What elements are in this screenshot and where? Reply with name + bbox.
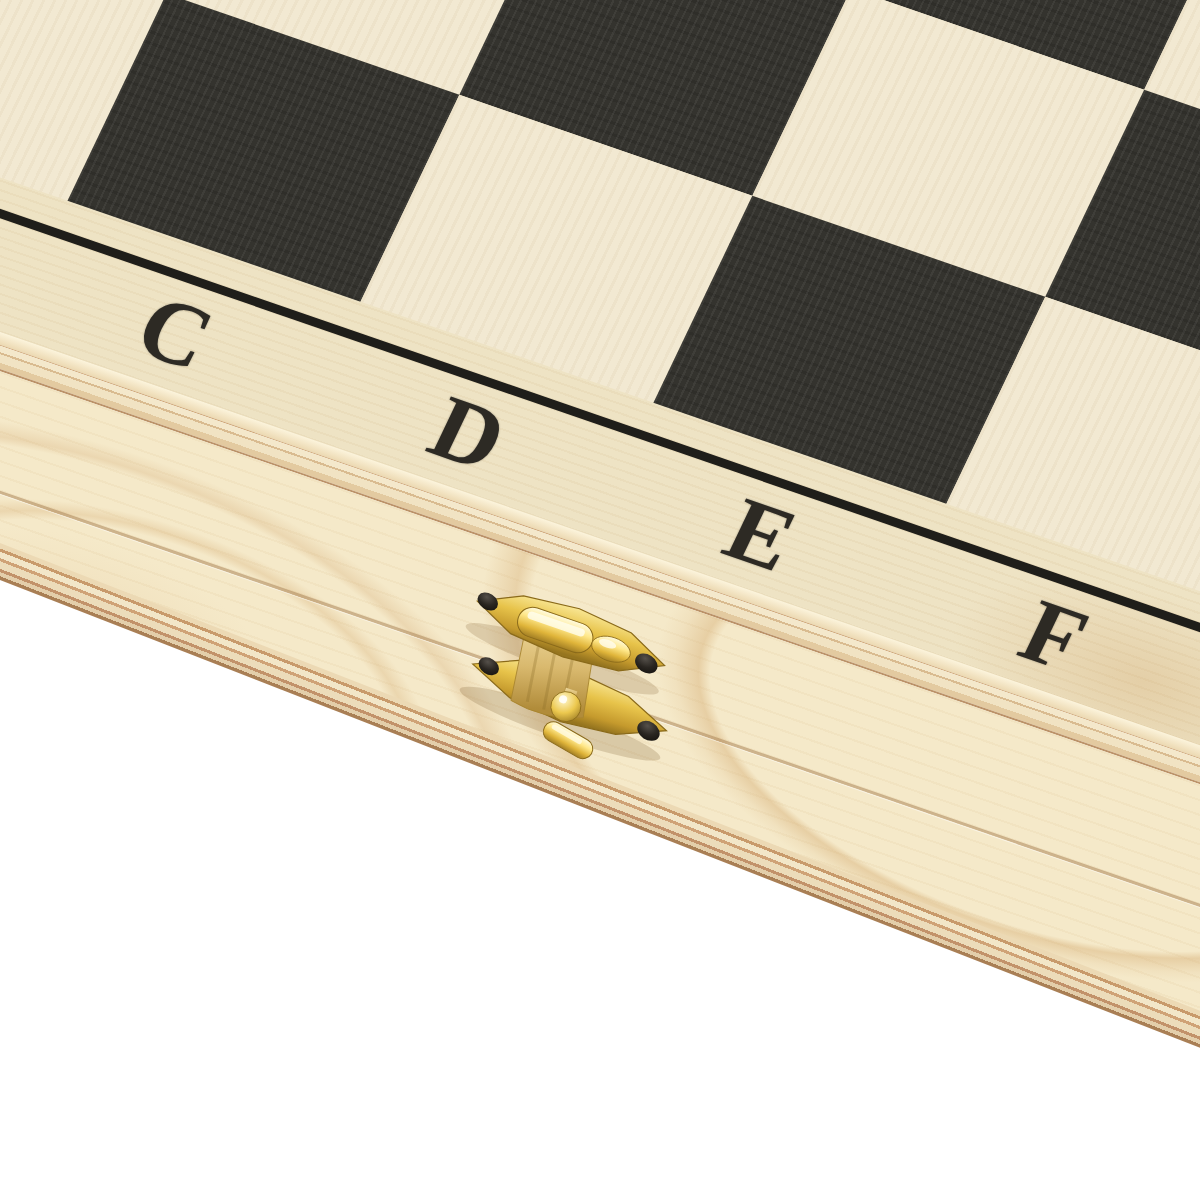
file-label-c: C (121, 274, 229, 391)
product-photo: C D E F (0, 0, 1200, 1200)
file-label-d: D (414, 375, 522, 492)
file-label-f: F (1005, 579, 1104, 693)
file-label-e: E (709, 477, 813, 592)
